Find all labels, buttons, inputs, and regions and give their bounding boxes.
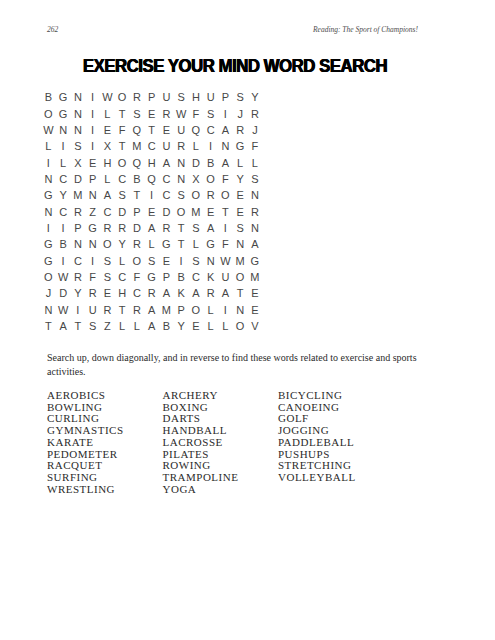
grid-letter: C bbox=[56, 203, 71, 219]
grid-letter: O bbox=[100, 236, 115, 252]
page-number: 262 bbox=[47, 25, 58, 34]
grid-letter: H bbox=[189, 89, 204, 105]
grid-letter: G bbox=[56, 105, 71, 121]
grid-letter: B bbox=[41, 89, 56, 105]
grid-letter: O bbox=[189, 301, 204, 317]
grid-letter: C bbox=[56, 171, 71, 187]
grid-letter: X bbox=[189, 171, 204, 187]
grid-letter: Y bbox=[71, 285, 86, 301]
grid-letter: D bbox=[115, 203, 130, 219]
grid-letter: W bbox=[56, 301, 71, 317]
grid-letter: B bbox=[174, 269, 189, 285]
grid-letter: T bbox=[174, 220, 189, 236]
grid-letter: M bbox=[159, 301, 174, 317]
grid-letter: O bbox=[115, 154, 130, 170]
grid-letter: R bbox=[248, 203, 263, 219]
grid-letter: G bbox=[85, 220, 100, 236]
grid-letter: I bbox=[85, 89, 100, 105]
running-title: Reading: The Sport of Champions! bbox=[313, 25, 418, 34]
grid-letter: O bbox=[115, 89, 130, 105]
grid-letter: R bbox=[85, 285, 100, 301]
grid-letter: I bbox=[41, 154, 56, 170]
instructions-line: Search up, down diagonally, and in rever… bbox=[47, 351, 457, 365]
grid-letter: O bbox=[203, 171, 218, 187]
grid-letter: I bbox=[71, 301, 86, 317]
grid-letter: B bbox=[203, 154, 218, 170]
grid-letter: P bbox=[85, 171, 100, 187]
grid-letter: A bbox=[56, 318, 71, 334]
grid-letter: E bbox=[159, 122, 174, 138]
word-list-column: AEROBICSBOWLINGCURLINGGYMNASTICSKARATEPE… bbox=[47, 390, 163, 495]
grid-letter: Y bbox=[233, 171, 248, 187]
grid-letter: T bbox=[174, 236, 189, 252]
grid-letter: I bbox=[85, 138, 100, 154]
grid-letter: T bbox=[130, 187, 145, 203]
grid-letter: L bbox=[189, 236, 204, 252]
grid-letter: H bbox=[144, 154, 159, 170]
grid-letter: R bbox=[203, 187, 218, 203]
grid-letter: T bbox=[115, 105, 130, 121]
grid-letter: A bbox=[144, 220, 159, 236]
word-search-grid: BGNIWORPUSHUPSYOGNILTSERWFSIJRWNNIEFQTEU… bbox=[41, 89, 262, 334]
grid-letter: F bbox=[218, 171, 233, 187]
grid-letter: R bbox=[159, 220, 174, 236]
grid-letter: L bbox=[189, 138, 204, 154]
grid-letter: I bbox=[218, 105, 233, 121]
grid-letter: A bbox=[159, 285, 174, 301]
grid-letter: D bbox=[189, 154, 204, 170]
grid-letter: W bbox=[218, 252, 233, 268]
grid-letter: T bbox=[144, 122, 159, 138]
grid-letter: G bbox=[144, 269, 159, 285]
grid-letter: I bbox=[56, 138, 71, 154]
grid-letter: E bbox=[233, 203, 248, 219]
grid-letter: P bbox=[174, 301, 189, 317]
word-list-item: ARCHERY bbox=[163, 390, 279, 402]
word-list-item: KARATE bbox=[47, 437, 163, 449]
grid-letter: E bbox=[189, 318, 204, 334]
grid-letter: I bbox=[218, 301, 233, 317]
grid-letter: I bbox=[56, 220, 71, 236]
grid-letter: S bbox=[233, 89, 248, 105]
grid-letter: P bbox=[130, 203, 145, 219]
grid-letter: A bbox=[100, 187, 115, 203]
grid-letter: Q bbox=[144, 171, 159, 187]
grid-letter: G bbox=[248, 252, 263, 268]
grid-letter: R bbox=[100, 301, 115, 317]
grid-letter: I bbox=[85, 105, 100, 121]
grid-letter: V bbox=[248, 318, 263, 334]
grid-letter: N bbox=[71, 122, 86, 138]
instructions-line: activities. bbox=[47, 365, 457, 379]
grid-letter: N bbox=[41, 203, 56, 219]
grid-letter: Y bbox=[248, 89, 263, 105]
grid-letter: P bbox=[218, 89, 233, 105]
grid-letter: R bbox=[115, 220, 130, 236]
grid-letter: L bbox=[56, 154, 71, 170]
grid-letter: U bbox=[218, 269, 233, 285]
page-header: 262 Reading: The Sport of Champions! bbox=[47, 25, 418, 34]
grid-letter: T bbox=[115, 301, 130, 317]
grid-letter: L bbox=[248, 154, 263, 170]
word-list-item: PADDLEBALL bbox=[278, 437, 356, 449]
grid-letter: I bbox=[56, 252, 71, 268]
grid-letter: R bbox=[203, 285, 218, 301]
grid-letter: R bbox=[144, 285, 159, 301]
grid-letter: I bbox=[144, 187, 159, 203]
grid-letter: F bbox=[115, 122, 130, 138]
grid-letter: C bbox=[144, 138, 159, 154]
grid-letter: E bbox=[159, 252, 174, 268]
grid-letter: G bbox=[159, 236, 174, 252]
grid-letter: O bbox=[233, 269, 248, 285]
grid-letter: O bbox=[41, 105, 56, 121]
grid-letter: N bbox=[85, 236, 100, 252]
grid-letter: L bbox=[130, 318, 145, 334]
grid-letter: F bbox=[218, 236, 233, 252]
grid-letter: N bbox=[248, 187, 263, 203]
grid-letter: J bbox=[248, 122, 263, 138]
grid-letter: T bbox=[71, 318, 86, 334]
grid-letter: N bbox=[248, 220, 263, 236]
grid-letter: B bbox=[130, 171, 145, 187]
grid-letter: O bbox=[41, 269, 56, 285]
grid-letter: S bbox=[144, 252, 159, 268]
grid-letter: M bbox=[189, 203, 204, 219]
grid-letter: M bbox=[130, 138, 145, 154]
grid-letter: F bbox=[248, 138, 263, 154]
grid-letter: R bbox=[71, 203, 86, 219]
grid-letter: C bbox=[159, 187, 174, 203]
grid-letter: G bbox=[41, 236, 56, 252]
grid-letter: N bbox=[233, 301, 248, 317]
grid-letter: A bbox=[159, 154, 174, 170]
grid-letter: E bbox=[144, 203, 159, 219]
grid-letter: I bbox=[41, 220, 56, 236]
grid-letter: A bbox=[218, 154, 233, 170]
grid-letter: I bbox=[85, 122, 100, 138]
word-list-item: AEROBICS bbox=[47, 390, 163, 402]
grid-letter: C bbox=[115, 269, 130, 285]
grid-letter: D bbox=[56, 285, 71, 301]
grid-letter: M bbox=[248, 269, 263, 285]
grid-letter: P bbox=[159, 269, 174, 285]
grid-letter: S bbox=[85, 318, 100, 334]
grid-letter: R bbox=[233, 122, 248, 138]
grid-letter: Z bbox=[100, 318, 115, 334]
grid-letter: L bbox=[233, 154, 248, 170]
grid-letter: H bbox=[100, 154, 115, 170]
grid-letter: I bbox=[174, 252, 189, 268]
grid-letter: S bbox=[189, 220, 204, 236]
grid-letter: E bbox=[248, 301, 263, 317]
grid-letter: N bbox=[85, 187, 100, 203]
word-list-item: YOGA bbox=[163, 484, 279, 496]
grid-letter: T bbox=[115, 138, 130, 154]
grid-letter: Y bbox=[115, 236, 130, 252]
word-list-item: VOLLEYBALL bbox=[278, 472, 356, 484]
grid-letter: I bbox=[218, 220, 233, 236]
grid-letter: B bbox=[56, 236, 71, 252]
grid-letter: X bbox=[71, 154, 86, 170]
word-list-item: LACROSSE bbox=[163, 437, 279, 449]
grid-letter: I bbox=[203, 138, 218, 154]
grid-letter: A bbox=[203, 220, 218, 236]
grid-letter: O bbox=[130, 252, 145, 268]
grid-letter: C bbox=[203, 122, 218, 138]
grid-letter: E bbox=[203, 203, 218, 219]
grid-letter: O bbox=[174, 203, 189, 219]
grid-letter: O bbox=[233, 318, 248, 334]
grid-letter: E bbox=[100, 285, 115, 301]
grid-letter: R bbox=[130, 236, 145, 252]
grid-letter: U bbox=[159, 89, 174, 105]
grid-letter: A bbox=[218, 122, 233, 138]
grid-letter: S bbox=[100, 252, 115, 268]
grid-letter: E bbox=[144, 105, 159, 121]
grid-letter: M bbox=[233, 252, 248, 268]
grid-letter: Q bbox=[189, 122, 204, 138]
grid-letter: A bbox=[144, 301, 159, 317]
grid-letter: Q bbox=[130, 154, 145, 170]
grid-letter: S bbox=[130, 105, 145, 121]
grid-letter: R bbox=[159, 105, 174, 121]
grid-letter: R bbox=[100, 220, 115, 236]
grid-letter: O bbox=[189, 187, 204, 203]
word-list-item: WRESTLING bbox=[47, 484, 163, 496]
grid-letter: E bbox=[100, 122, 115, 138]
grid-letter: N bbox=[203, 252, 218, 268]
grid-letter: P bbox=[71, 220, 86, 236]
grid-letter: L bbox=[218, 318, 233, 334]
grid-letter: U bbox=[159, 138, 174, 154]
grid-letter: B bbox=[159, 318, 174, 334]
grid-letter: P bbox=[144, 89, 159, 105]
grid-letter: G bbox=[233, 138, 248, 154]
grid-letter: Q bbox=[130, 122, 145, 138]
grid-letter: S bbox=[203, 105, 218, 121]
grid-letter: W bbox=[174, 105, 189, 121]
grid-letter: A bbox=[248, 236, 263, 252]
grid-letter: C bbox=[115, 171, 130, 187]
book-page: 262 Reading: The Sport of Champions! EXE… bbox=[0, 0, 495, 640]
grid-letter: S bbox=[71, 138, 86, 154]
grid-letter: X bbox=[100, 138, 115, 154]
grid-letter: S bbox=[233, 220, 248, 236]
grid-letter: N bbox=[174, 171, 189, 187]
grid-letter: N bbox=[41, 301, 56, 317]
grid-letter: L bbox=[100, 105, 115, 121]
grid-letter: N bbox=[218, 138, 233, 154]
grid-letter: F bbox=[130, 269, 145, 285]
grid-letter: T bbox=[218, 203, 233, 219]
grid-letter: I bbox=[85, 252, 100, 268]
grid-letter: U bbox=[203, 89, 218, 105]
grid-letter: K bbox=[174, 285, 189, 301]
grid-letter: Y bbox=[174, 318, 189, 334]
word-list-item: TRAMPOLINE bbox=[163, 472, 279, 484]
grid-letter: S bbox=[189, 252, 204, 268]
grid-letter: U bbox=[85, 301, 100, 317]
grid-letter: E bbox=[85, 154, 100, 170]
instructions: Search up, down diagonally, and in rever… bbox=[47, 351, 457, 378]
grid-letter: A bbox=[144, 318, 159, 334]
grid-letter: S bbox=[100, 269, 115, 285]
grid-letter: L bbox=[115, 318, 130, 334]
grid-letter: W bbox=[100, 89, 115, 105]
grid-letter: C bbox=[100, 203, 115, 219]
grid-letter: D bbox=[130, 220, 145, 236]
grid-letter: N bbox=[56, 122, 71, 138]
grid-letter: H bbox=[115, 285, 130, 301]
grid-letter: J bbox=[41, 285, 56, 301]
grid-letter: D bbox=[71, 171, 86, 187]
word-list-item: SURFING bbox=[47, 472, 163, 484]
grid-letter: S bbox=[174, 89, 189, 105]
grid-letter: L bbox=[41, 138, 56, 154]
grid-letter: N bbox=[71, 105, 86, 121]
grid-letter: G bbox=[41, 252, 56, 268]
grid-letter: J bbox=[233, 105, 248, 121]
word-list: AEROBICSBOWLINGCURLINGGYMNASTICSKARATEPE… bbox=[47, 390, 356, 495]
grid-letter: C bbox=[130, 285, 145, 301]
grid-letter: W bbox=[56, 269, 71, 285]
grid-letter: W bbox=[41, 122, 56, 138]
grid-letter: R bbox=[174, 138, 189, 154]
grid-letter: S bbox=[115, 187, 130, 203]
grid-letter: A bbox=[189, 285, 204, 301]
grid-letter: N bbox=[174, 154, 189, 170]
grid-letter: D bbox=[159, 203, 174, 219]
grid-letter: O bbox=[218, 187, 233, 203]
grid-letter: R bbox=[248, 105, 263, 121]
grid-letter: L bbox=[144, 236, 159, 252]
grid-letter: N bbox=[71, 89, 86, 105]
grid-letter: N bbox=[41, 171, 56, 187]
grid-letter: R bbox=[130, 301, 145, 317]
page-title: EXERCISE YOUR MIND WORD SEARCH bbox=[28, 55, 442, 77]
grid-letter: Y bbox=[56, 187, 71, 203]
grid-letter: C bbox=[189, 269, 204, 285]
grid-letter: L bbox=[203, 301, 218, 317]
grid-letter: R bbox=[130, 89, 145, 105]
grid-letter: F bbox=[189, 105, 204, 121]
grid-letter: G bbox=[203, 236, 218, 252]
grid-letter: U bbox=[174, 122, 189, 138]
word-list-item: BICYCLING bbox=[278, 390, 356, 402]
grid-letter: E bbox=[233, 187, 248, 203]
grid-letter: N bbox=[71, 236, 86, 252]
grid-letter: K bbox=[203, 269, 218, 285]
grid-letter: T bbox=[41, 318, 56, 334]
grid-letter: F bbox=[85, 269, 100, 285]
grid-letter: Z bbox=[85, 203, 100, 219]
grid-letter: T bbox=[233, 285, 248, 301]
grid-letter: S bbox=[248, 171, 263, 187]
grid-letter: G bbox=[41, 187, 56, 203]
grid-letter: L bbox=[203, 318, 218, 334]
grid-letter: N bbox=[233, 236, 248, 252]
grid-letter: G bbox=[56, 89, 71, 105]
grid-letter: A bbox=[218, 285, 233, 301]
grid-letter: M bbox=[71, 187, 86, 203]
grid-letter: E bbox=[248, 285, 263, 301]
grid-letter: L bbox=[115, 252, 130, 268]
word-list-column: ARCHERYBOXINGDARTSHANDBALLLACROSSEPILATE… bbox=[163, 390, 279, 495]
grid-letter: C bbox=[159, 171, 174, 187]
word-list-column: BICYCLINGCANOEINGGOLFJOGGINGPADDLEBALLPU… bbox=[278, 390, 356, 495]
grid-letter: L bbox=[100, 171, 115, 187]
grid-letter: S bbox=[174, 187, 189, 203]
grid-letter: R bbox=[71, 269, 86, 285]
grid-letter: C bbox=[71, 252, 86, 268]
